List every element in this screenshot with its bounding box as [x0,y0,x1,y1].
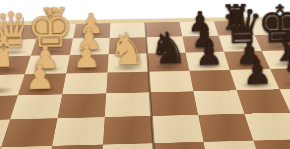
square-b5[interactable] [153,142,209,149]
chess-board-squares: ♜♟♟♜♛♚♟♟♛♚♝♟♟♞♞♟♟♝♞♟♟♞♜ [0,20,290,149]
square-e4[interactable] [106,72,150,94]
square-c3[interactable] [52,117,105,146]
square-c7[interactable] [244,113,290,141]
square-c4[interactable] [103,116,153,145]
square-b4[interactable] [101,143,156,149]
chessboard-photo: ♜♟♟♜♛♚♟♟♛♚♝♟♟♞♞♟♟♝♞♟♟♞♜ [0,0,290,149]
chess-board: ♜♟♟♜♛♚♟♟♛♚♝♟♟♞♞♟♟♝♞♟♟♞♜ [0,16,290,149]
square-d3[interactable] [58,93,107,118]
square-b2[interactable] [0,146,52,149]
square-d6[interactable] [193,90,244,114]
square-b3[interactable] [46,145,103,149]
piece-white-pawn[interactable]: ♟ [10,60,70,95]
square-d8[interactable]: ♜ [280,88,290,112]
square-d5[interactable] [150,91,198,116]
square-d4[interactable] [105,92,152,117]
square-c6[interactable] [198,114,253,142]
piece-black-rook[interactable]: ♜ [281,66,290,112]
square-c2[interactable] [1,118,58,147]
square-c5[interactable] [152,115,204,143]
square-e5[interactable] [149,71,194,93]
square-d2[interactable] [10,94,62,119]
square-e2[interactable]: ♟ [18,73,66,95]
square-b7[interactable] [253,139,290,149]
